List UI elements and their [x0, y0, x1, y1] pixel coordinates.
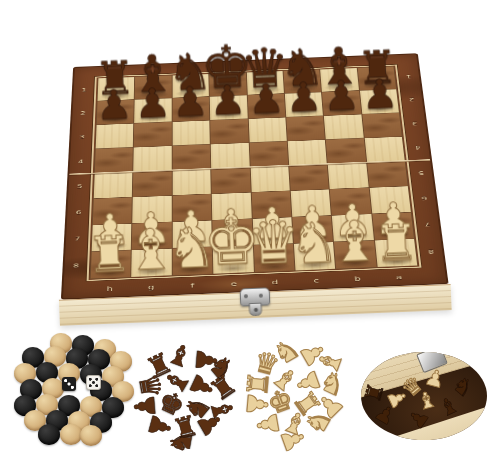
square-f3: [172, 120, 209, 145]
square-f4: [172, 144, 210, 170]
square-h2: ♟: [97, 100, 134, 124]
clasp-tab: [249, 303, 263, 317]
dark-p-piece: ♟: [361, 73, 399, 115]
square-d4: [249, 141, 288, 167]
square-e3: [210, 119, 248, 144]
rank-label: 5: [71, 174, 88, 200]
dark-n-piece: ♞: [166, 427, 198, 457]
rank-label: 3: [73, 125, 90, 150]
rank-label: 8: [67, 252, 85, 280]
chess-set-product-photo: ♜♝♞♚♛♞♝♜♟♟♟♟♟♟♟♟♟♟♟♟♟♟♟♟♜♝♞♚♛♞♝♜ 1234567…: [0, 0, 500, 470]
square-h3: [96, 123, 134, 148]
square-g3: [134, 122, 171, 147]
dark-p-piece: ♟: [247, 77, 285, 119]
light-chess-pieces-pile-photo: ♞♟♛♝♜♝♟♞♟♚♜♟♟♝♞♟: [246, 340, 356, 452]
square-e2: ♟: [210, 95, 247, 119]
dark-p-piece: ♟: [133, 82, 171, 124]
rank-label: 3: [405, 111, 424, 136]
wood-checker-disc: [80, 425, 102, 446]
square-c4: [288, 140, 327, 166]
square-f2: ♟: [172, 97, 209, 121]
square-c3: [286, 116, 325, 141]
square-g2: ♟: [135, 98, 172, 122]
black-die-icon: [62, 377, 76, 391]
rank-label: 2: [402, 88, 420, 112]
rank-label: 4: [72, 149, 89, 174]
square-c5: [289, 164, 329, 190]
square-b3: [324, 114, 363, 139]
square-g5: [133, 171, 171, 197]
square-a2: ♟: [360, 89, 399, 113]
board-perspective-scene: ♜♝♞♚♛♞♝♜♟♟♟♟♟♟♟♟♟♟♟♟♟♟♟♟♜♝♞♚♛♞♝♜ 1234567…: [43, 0, 449, 300]
dark-p-piece: ♟: [323, 74, 361, 116]
file-label: h: [89, 282, 131, 296]
folded-box-interior-photo: ♛♟♟♝♜♞♝♟♟: [361, 352, 487, 440]
square-b5: [328, 163, 368, 189]
square-a8: ♜: [375, 239, 418, 267]
square-b2: ♟: [322, 91, 361, 115]
square-d2: ♟: [247, 94, 285, 118]
rank-label: 6: [414, 185, 434, 212]
file-label: g: [130, 280, 171, 294]
wood-checker-disc: [60, 424, 82, 445]
square-g8: ♝: [132, 249, 172, 277]
rank-label: 5: [411, 160, 430, 186]
rank-label: 2: [75, 101, 92, 125]
square-c2: ♟: [285, 92, 323, 116]
square-a3: [362, 113, 402, 138]
rank-label: 8: [421, 238, 441, 266]
square-a4: [364, 137, 404, 163]
rank-label: 1: [76, 78, 92, 102]
square-d5: [250, 166, 289, 192]
dark-p-piece: ♟: [171, 80, 209, 122]
chess-board: ♜♝♞♚♛♞♝♜♟♟♟♟♟♟♟♟♟♟♟♟♟♟♟♟♜♝♞♚♛♞♝♜ 1234567…: [61, 53, 449, 299]
square-h8: ♜: [91, 250, 131, 278]
rank-label: 1: [400, 65, 418, 88]
square-h4: [95, 147, 133, 173]
file-label: c: [295, 273, 337, 287]
file-label: a: [378, 270, 421, 284]
square-b4: [326, 138, 366, 164]
dark-p-piece: ♟: [95, 84, 133, 126]
dark-p-piece: ♟: [285, 76, 323, 118]
square-f5: [172, 169, 210, 195]
file-label: f: [172, 278, 213, 292]
board-squares: ♜♝♞♚♛♞♝♜♟♟♟♟♟♟♟♟♟♟♟♟♟♟♟♟♜♝♞♚♛♞♝♜: [90, 66, 419, 279]
dark-chess-pieces-pile-photo: ♝♟♜♞♛♝♟♜♟♚♞♝♟♜♟♞: [137, 344, 247, 456]
square-e4: [211, 143, 249, 169]
black-checker-disc: [38, 424, 60, 445]
rank-label: 6: [70, 199, 87, 226]
square-d3: [248, 117, 286, 142]
dark-p-piece: ♟: [371, 401, 399, 430]
square-b8: ♝: [334, 240, 376, 268]
square-g4: [134, 146, 172, 172]
square-a5: [367, 161, 408, 187]
square-e5: [211, 167, 250, 193]
file-label: b: [336, 272, 378, 286]
rank-label: 4: [408, 135, 427, 160]
rank-label: 7: [418, 211, 438, 238]
square-c8: ♞: [294, 242, 336, 270]
folding-chessboard: ♜♝♞♚♛♞♝♜♟♟♟♟♟♟♟♟♟♟♟♟♟♟♟♟♜♝♞♚♛♞♝♜ 1234567…: [43, 0, 451, 355]
light-r-piece: ♜: [373, 217, 419, 268]
dark-p-piece: ♟: [209, 79, 247, 121]
square-h5: [94, 172, 133, 198]
white-die-icon: [86, 375, 101, 390]
rank-label: 7: [68, 225, 86, 252]
square-d8: ♛: [253, 244, 294, 272]
metal-clasp-icon: [240, 287, 271, 306]
